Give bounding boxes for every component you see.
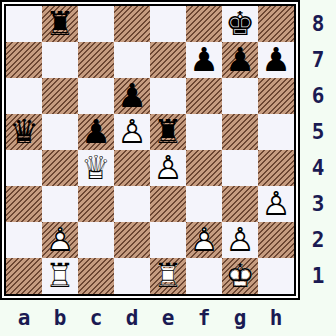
square-a3[interactable]	[6, 186, 42, 222]
black-king-glyph: ♚	[225, 6, 255, 42]
piece-black-pawn[interactable]: ♟	[186, 42, 222, 78]
square-a8[interactable]	[6, 6, 42, 42]
square-g6[interactable]	[222, 78, 258, 114]
piece-white-pawn[interactable]: ♟♙	[114, 114, 150, 150]
square-e6[interactable]	[150, 78, 186, 114]
rank-label-6: 6	[300, 78, 336, 114]
rank-label-8: 8	[300, 6, 336, 42]
square-d2[interactable]	[114, 222, 150, 258]
square-a4[interactable]	[6, 150, 42, 186]
piece-black-pawn[interactable]: ♟	[222, 42, 258, 78]
square-b5[interactable]	[42, 114, 78, 150]
square-c3[interactable]	[78, 186, 114, 222]
square-g4[interactable]	[222, 150, 258, 186]
square-b2[interactable]: ♟♙	[42, 222, 78, 258]
square-b4[interactable]	[42, 150, 78, 186]
square-h8[interactable]	[258, 6, 294, 42]
square-e7[interactable]	[150, 42, 186, 78]
white-queen-outline: ♕	[81, 150, 111, 186]
square-f1[interactable]	[186, 258, 222, 294]
square-e8[interactable]	[150, 6, 186, 42]
piece-black-pawn[interactable]: ♟	[258, 42, 294, 78]
rank-labels: 87654321	[300, 6, 336, 294]
square-g3[interactable]	[222, 186, 258, 222]
rank-label-1: 1	[300, 258, 336, 294]
square-g8[interactable]: ♚	[222, 6, 258, 42]
piece-white-rook[interactable]: ♜♖	[150, 258, 186, 294]
piece-white-pawn[interactable]: ♟♙	[150, 150, 186, 186]
white-rook-outline: ♖	[153, 258, 183, 294]
square-e5[interactable]: ♜	[150, 114, 186, 150]
rank-label-5: 5	[300, 114, 336, 150]
board-frame: ♜♚♟♟♟♟♛♟♟♙♜♛♕♟♙♟♙♟♙♟♙♟♙♜♖♜♖♚♔	[0, 0, 300, 300]
square-g2[interactable]: ♟♙	[222, 222, 258, 258]
file-labels: abcdefgh	[6, 300, 294, 336]
square-f8[interactable]	[186, 6, 222, 42]
chess-diagram: ♜♚♟♟♟♟♛♟♟♙♜♛♕♟♙♟♙♟♙♟♙♟♙♜♖♜♖♚♔ 87654321 a…	[0, 0, 336, 336]
square-a2[interactable]	[6, 222, 42, 258]
rank-label-7: 7	[300, 42, 336, 78]
file-label-c: c	[78, 300, 114, 336]
square-h6[interactable]	[258, 78, 294, 114]
white-pawn-outline: ♙	[261, 186, 291, 222]
white-pawn-outline: ♙	[117, 114, 147, 150]
square-h4[interactable]	[258, 150, 294, 186]
square-c8[interactable]	[78, 6, 114, 42]
square-b7[interactable]	[42, 42, 78, 78]
piece-white-pawn[interactable]: ♟♙	[222, 222, 258, 258]
piece-white-pawn[interactable]: ♟♙	[258, 186, 294, 222]
square-c6[interactable]	[78, 78, 114, 114]
square-a1[interactable]	[6, 258, 42, 294]
piece-black-rook[interactable]: ♜	[42, 6, 78, 42]
chess-board: ♜♚♟♟♟♟♛♟♟♙♜♛♕♟♙♟♙♟♙♟♙♟♙♜♖♜♖♚♔	[6, 6, 294, 294]
piece-white-king[interactable]: ♚♔	[222, 258, 258, 294]
piece-black-queen[interactable]: ♛	[6, 114, 42, 150]
square-f7[interactable]: ♟	[186, 42, 222, 78]
file-label-e: e	[150, 300, 186, 336]
square-d3[interactable]	[114, 186, 150, 222]
square-f2[interactable]: ♟♙	[186, 222, 222, 258]
square-h3[interactable]: ♟♙	[258, 186, 294, 222]
square-a7[interactable]	[6, 42, 42, 78]
square-e2[interactable]	[150, 222, 186, 258]
square-e4[interactable]: ♟♙	[150, 150, 186, 186]
black-pawn-glyph: ♟	[81, 114, 111, 150]
piece-white-queen[interactable]: ♛♕	[78, 150, 114, 186]
square-c4[interactable]: ♛♕	[78, 150, 114, 186]
piece-white-rook[interactable]: ♜♖	[42, 258, 78, 294]
piece-black-pawn[interactable]: ♟	[78, 114, 114, 150]
white-rook-outline: ♖	[45, 258, 75, 294]
square-f5[interactable]	[186, 114, 222, 150]
square-h7[interactable]: ♟	[258, 42, 294, 78]
black-pawn-glyph: ♟	[189, 42, 219, 78]
square-e1[interactable]: ♜♖	[150, 258, 186, 294]
piece-black-rook[interactable]: ♜	[150, 114, 186, 150]
piece-black-king[interactable]: ♚	[222, 6, 258, 42]
square-g5[interactable]	[222, 114, 258, 150]
piece-white-pawn[interactable]: ♟♙	[186, 222, 222, 258]
square-c2[interactable]	[78, 222, 114, 258]
file-label-h: h	[258, 300, 294, 336]
square-e3[interactable]	[150, 186, 186, 222]
square-h1[interactable]	[258, 258, 294, 294]
black-queen-glyph: ♛	[9, 114, 39, 150]
square-g7[interactable]: ♟	[222, 42, 258, 78]
file-label-f: f	[186, 300, 222, 336]
piece-white-pawn[interactable]: ♟♙	[42, 222, 78, 258]
rank-label-3: 3	[300, 186, 336, 222]
square-d8[interactable]	[114, 6, 150, 42]
white-king-outline: ♔	[225, 258, 255, 294]
black-pawn-glyph: ♟	[261, 42, 291, 78]
black-pawn-glyph: ♟	[117, 78, 147, 114]
square-c1[interactable]	[78, 258, 114, 294]
square-c5[interactable]: ♟	[78, 114, 114, 150]
white-pawn-outline: ♙	[189, 222, 219, 258]
black-pawn-glyph: ♟	[225, 42, 255, 78]
square-f3[interactable]	[186, 186, 222, 222]
rank-label-2: 2	[300, 222, 336, 258]
black-rook-glyph: ♜	[153, 114, 183, 150]
square-f6[interactable]	[186, 78, 222, 114]
rank-label-4: 4	[300, 150, 336, 186]
square-f4[interactable]	[186, 150, 222, 186]
square-h2[interactable]	[258, 222, 294, 258]
square-d1[interactable]	[114, 258, 150, 294]
white-pawn-outline: ♙	[153, 150, 183, 186]
square-c7[interactable]	[78, 42, 114, 78]
square-b8[interactable]: ♜	[42, 6, 78, 42]
file-label-g: g	[222, 300, 258, 336]
square-b3[interactable]	[42, 186, 78, 222]
square-d4[interactable]	[114, 150, 150, 186]
square-d6[interactable]: ♟	[114, 78, 150, 114]
square-b1[interactable]: ♜♖	[42, 258, 78, 294]
square-g1[interactable]: ♚♔	[222, 258, 258, 294]
square-a6[interactable]	[6, 78, 42, 114]
white-pawn-outline: ♙	[225, 222, 255, 258]
piece-black-pawn[interactable]: ♟	[114, 78, 150, 114]
board-frame-inner: ♜♚♟♟♟♟♛♟♟♙♜♛♕♟♙♟♙♟♙♟♙♟♙♜♖♜♖♚♔	[4, 4, 296, 296]
file-label-d: d	[114, 300, 150, 336]
square-h5[interactable]	[258, 114, 294, 150]
square-b6[interactable]	[42, 78, 78, 114]
file-label-a: a	[6, 300, 42, 336]
black-rook-glyph: ♜	[45, 6, 75, 42]
white-pawn-outline: ♙	[45, 222, 75, 258]
square-d5[interactable]: ♟♙	[114, 114, 150, 150]
file-label-b: b	[42, 300, 78, 336]
square-d7[interactable]	[114, 42, 150, 78]
square-a5[interactable]: ♛	[6, 114, 42, 150]
